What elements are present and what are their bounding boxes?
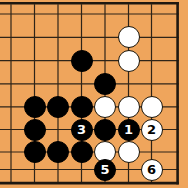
go-stone-white [141, 96, 163, 118]
go-stone-white-move-6: 6 [141, 159, 163, 181]
go-stone-white-move-2: 2 [141, 119, 163, 141]
go-stone-white [118, 26, 140, 48]
go-stone-white [118, 50, 140, 72]
go-stone-black-move-5: 5 [94, 159, 116, 181]
go-stone-black-move-3: 3 [71, 119, 93, 141]
go-stone-black-move-1: 1 [118, 119, 140, 141]
go-stone-black [24, 96, 46, 118]
go-stone-white [94, 96, 116, 118]
go-stone-black [47, 141, 69, 163]
go-stone-black [94, 73, 116, 95]
go-stone-black [24, 119, 46, 141]
go-diagram: 31256 [0, 0, 188, 188]
go-stone-black [71, 96, 93, 118]
go-board: 31256 [0, 0, 188, 188]
go-stone-black [71, 141, 93, 163]
go-stone-black [47, 96, 69, 118]
go-stone-black [24, 141, 46, 163]
go-stone-white [118, 96, 140, 118]
go-stone-white [118, 141, 140, 163]
go-stone-black [94, 119, 116, 141]
go-stone-black [71, 50, 93, 72]
